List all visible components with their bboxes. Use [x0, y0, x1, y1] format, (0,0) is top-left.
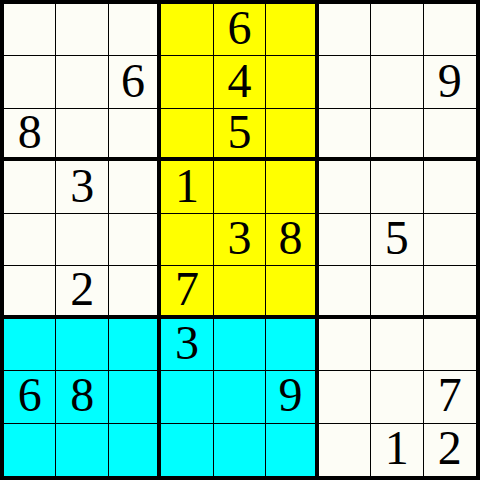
cell-r1c8[interactable] [371, 4, 423, 56]
cell-r4c1[interactable] [4, 161, 56, 213]
cell-r4c2[interactable]: 3 [56, 161, 108, 213]
cell-r3c5[interactable]: 5 [214, 109, 266, 161]
cell-r6c3[interactable] [109, 266, 161, 318]
cell-r5c4[interactable] [161, 214, 213, 266]
cell-r4c6[interactable] [266, 161, 318, 213]
cell-r8c3[interactable] [109, 371, 161, 423]
cell-r7c7[interactable] [319, 319, 371, 371]
cell-r4c9[interactable] [424, 161, 476, 213]
cell-r8c9[interactable]: 7 [424, 371, 476, 423]
cell-r3c2[interactable] [56, 109, 108, 161]
cell-r7c2[interactable] [56, 319, 108, 371]
cell-r6c7[interactable] [319, 266, 371, 318]
cell-r1c1[interactable] [4, 4, 56, 56]
cell-r8c5[interactable] [214, 371, 266, 423]
cell-r2c3[interactable]: 6 [109, 56, 161, 108]
cell-r1c4[interactable] [161, 4, 213, 56]
cell-r6c4[interactable]: 7 [161, 266, 213, 318]
cell-r5c2[interactable] [56, 214, 108, 266]
cell-r4c5[interactable] [214, 161, 266, 213]
cell-r2c7[interactable] [319, 56, 371, 108]
cell-r2c6[interactable] [266, 56, 318, 108]
cell-r3c9[interactable] [424, 109, 476, 161]
cell-r3c8[interactable] [371, 109, 423, 161]
sudoku-board: 66498531385273689712 [0, 0, 480, 480]
cell-r3c6[interactable] [266, 109, 318, 161]
cell-r9c3[interactable] [109, 424, 161, 476]
cell-r7c6[interactable] [266, 319, 318, 371]
cell-r9c4[interactable] [161, 424, 213, 476]
cell-r8c4[interactable] [161, 371, 213, 423]
cell-r2c4[interactable] [161, 56, 213, 108]
cell-r4c4[interactable]: 1 [161, 161, 213, 213]
cell-r9c7[interactable] [319, 424, 371, 476]
cell-r2c8[interactable] [371, 56, 423, 108]
cell-r8c6[interactable]: 9 [266, 371, 318, 423]
cell-r4c8[interactable] [371, 161, 423, 213]
cell-r9c2[interactable] [56, 424, 108, 476]
cell-r7c4[interactable]: 3 [161, 319, 213, 371]
cell-r9c8[interactable]: 1 [371, 424, 423, 476]
cell-r1c3[interactable] [109, 4, 161, 56]
cell-r5c3[interactable] [109, 214, 161, 266]
cell-r6c8[interactable] [371, 266, 423, 318]
cell-r8c8[interactable] [371, 371, 423, 423]
cell-r1c5[interactable]: 6 [214, 4, 266, 56]
sudoku-puzzle: 66498531385273689712 [0, 0, 480, 480]
cell-r3c1[interactable]: 8 [4, 109, 56, 161]
cell-r8c1[interactable]: 6 [4, 371, 56, 423]
cell-r6c6[interactable] [266, 266, 318, 318]
cell-r8c2[interactable]: 8 [56, 371, 108, 423]
cell-r3c3[interactable] [109, 109, 161, 161]
cell-r6c2[interactable]: 2 [56, 266, 108, 318]
cell-r2c5[interactable]: 4 [214, 56, 266, 108]
cell-r1c6[interactable] [266, 4, 318, 56]
cell-r1c9[interactable] [424, 4, 476, 56]
cell-r4c3[interactable] [109, 161, 161, 213]
cell-r7c8[interactable] [371, 319, 423, 371]
cell-r2c1[interactable] [4, 56, 56, 108]
cell-r6c1[interactable] [4, 266, 56, 318]
cell-r2c9[interactable]: 9 [424, 56, 476, 108]
cell-r2c2[interactable] [56, 56, 108, 108]
cell-r1c2[interactable] [56, 4, 108, 56]
cell-r9c5[interactable] [214, 424, 266, 476]
cell-r3c4[interactable] [161, 109, 213, 161]
cell-r5c5[interactable]: 3 [214, 214, 266, 266]
cell-r9c9[interactable]: 2 [424, 424, 476, 476]
cell-r8c7[interactable] [319, 371, 371, 423]
cell-r3c7[interactable] [319, 109, 371, 161]
cell-r9c1[interactable] [4, 424, 56, 476]
cell-r5c7[interactable] [319, 214, 371, 266]
cell-r5c9[interactable] [424, 214, 476, 266]
cell-r9c6[interactable] [266, 424, 318, 476]
cell-r5c6[interactable]: 8 [266, 214, 318, 266]
cell-r7c5[interactable] [214, 319, 266, 371]
cell-r4c7[interactable] [319, 161, 371, 213]
cell-r6c9[interactable] [424, 266, 476, 318]
cell-r7c3[interactable] [109, 319, 161, 371]
cell-r7c1[interactable] [4, 319, 56, 371]
cell-r1c7[interactable] [319, 4, 371, 56]
cell-r5c8[interactable]: 5 [371, 214, 423, 266]
cell-r5c1[interactable] [4, 214, 56, 266]
cell-r6c5[interactable] [214, 266, 266, 318]
cell-r7c9[interactable] [424, 319, 476, 371]
